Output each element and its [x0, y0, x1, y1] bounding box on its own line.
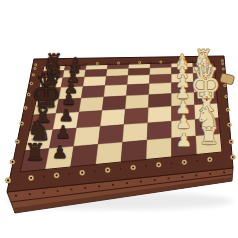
piece-base-shadow	[179, 144, 189, 147]
piece-base-shadow	[199, 108, 214, 113]
brass-ring-center	[222, 60, 223, 61]
brass-ring-center	[228, 124, 230, 126]
brass-ring-center	[203, 61, 204, 62]
piece-base-shadow	[64, 103, 73, 106]
piece-base-shadow	[178, 97, 187, 100]
border-carving-dot	[107, 63, 108, 64]
piece-base-shadow	[179, 126, 189, 129]
piece-base-shadow	[202, 141, 215, 145]
piece-base-shadow	[178, 76, 187, 79]
brass-ring-center	[7, 179, 9, 181]
piece-base-shadow	[67, 91, 76, 94]
border-carving-dot	[43, 176, 45, 178]
board-square	[148, 94, 171, 108]
brass-ring-center	[54, 64, 55, 65]
front-carving-dot	[29, 193, 31, 195]
board-square	[121, 140, 147, 162]
border-carving-dot	[196, 160, 198, 162]
board-square	[74, 126, 101, 146]
brass-ring-center	[25, 107, 27, 109]
front-carving-dot	[154, 179, 156, 181]
piece-base-shadow	[70, 72, 79, 75]
brass-ring-center	[97, 63, 98, 64]
board-square	[146, 138, 171, 159]
piece-base-shadow	[36, 103, 56, 109]
front-carving-dot	[140, 181, 142, 183]
front-carving-dot	[15, 195, 17, 197]
piece-base-shadow	[55, 156, 65, 159]
board-square	[106, 69, 128, 77]
piece-base-shadow	[58, 136, 68, 139]
board-square	[81, 86, 105, 99]
board-square	[127, 75, 150, 85]
brass-ring-center	[33, 74, 34, 75]
brass-ring-center	[16, 141, 18, 143]
board-square	[126, 84, 149, 96]
brass-ring-center	[183, 161, 185, 163]
brass-ring-center	[11, 161, 13, 163]
piece-base-shadow	[196, 83, 214, 89]
board-square	[104, 85, 128, 97]
board-square	[125, 95, 149, 110]
board-square	[123, 123, 148, 142]
board-square	[98, 125, 124, 145]
brass-ring-center	[31, 83, 32, 84]
brass-ring-center	[107, 169, 109, 171]
border-carving-dot	[150, 62, 151, 63]
brass-ring-center	[160, 62, 161, 63]
board-square	[102, 96, 126, 111]
brass-ring-center	[139, 62, 140, 63]
piece-base-shadow	[200, 124, 216, 129]
board-square	[71, 144, 99, 167]
brass-ring-center	[28, 94, 29, 95]
piece-base-shadow	[31, 137, 47, 142]
front-carving-dot	[84, 187, 86, 189]
piece-base-shadow	[197, 67, 211, 71]
piece-base-shadow	[35, 119, 50, 124]
front-carving-dot	[209, 173, 211, 175]
board-square	[150, 68, 172, 75]
brass-ring-center	[35, 64, 36, 65]
brass-ring-center	[158, 164, 160, 166]
front-carving-dot	[98, 185, 100, 187]
brass-ring-center	[21, 123, 23, 125]
front-carving-dot	[223, 171, 225, 173]
piece-base-shadow	[197, 74, 211, 79]
border-carving-dot	[120, 168, 122, 170]
piece-base-shadow	[46, 72, 60, 76]
border-carving-dot	[192, 61, 193, 62]
brass-ring-center	[230, 141, 232, 143]
board-square	[83, 76, 106, 86]
brass-ring-center	[34, 68, 35, 69]
border-carving-dot	[128, 62, 129, 63]
board-square	[124, 108, 148, 125]
brass-ring-center	[132, 166, 134, 168]
piece-base-shadow	[44, 80, 58, 85]
brass-ring-center	[76, 63, 77, 64]
board-square	[85, 69, 108, 77]
chess-board	[0, 0, 238, 238]
front-carving-dot	[181, 176, 183, 178]
brass-ring-center	[182, 61, 183, 62]
piece-base-shadow	[198, 62, 209, 66]
brass-ring-center	[224, 85, 225, 86]
border-carving-dot	[171, 61, 172, 62]
board-square	[149, 74, 171, 84]
front-carving-dot	[57, 190, 59, 192]
brass-ring-center	[118, 63, 119, 64]
border-carving-dot	[145, 165, 147, 167]
board-square	[96, 142, 123, 164]
border-carving-dot	[171, 163, 173, 165]
board-square	[79, 97, 104, 112]
piece-base-shadow	[196, 94, 216, 100]
border-carving-dot	[69, 173, 71, 175]
brass-ring-center	[209, 158, 211, 160]
brass-ring-center	[225, 96, 226, 97]
brass-ring-center	[81, 172, 83, 174]
board-square	[105, 76, 128, 86]
front-carving-dot	[195, 174, 197, 176]
piece-base-shadow	[28, 157, 41, 161]
front-carving-dot	[168, 177, 170, 179]
piece-base-shadow	[178, 85, 187, 88]
border-carving-dot	[94, 171, 96, 173]
piece-base-shadow	[178, 63, 186, 66]
brass-ring-center	[30, 177, 32, 179]
piece-base-shadow	[61, 119, 71, 122]
board-square	[77, 111, 103, 129]
piece-base-shadow	[178, 111, 188, 114]
board-square	[149, 83, 172, 95]
brass-ring-center	[232, 156, 234, 158]
border-carving-dot	[65, 63, 66, 64]
piece-base-shadow	[71, 66, 79, 69]
brass-ring-center	[56, 174, 58, 176]
board-square	[100, 109, 125, 126]
piece-base-shadow	[69, 80, 78, 83]
piece-base-shadow	[40, 90, 58, 96]
board-square	[148, 106, 172, 123]
brass-ring-center	[223, 68, 224, 69]
front-carving-dot	[126, 182, 128, 184]
piece-base-shadow	[49, 66, 60, 70]
board-square	[147, 121, 171, 140]
piece-base-shadow	[178, 68, 187, 71]
front-carving-dot	[112, 184, 114, 186]
chess-set-product-photo: ♜♟♟♜♞♟♟♞♝♟♟♝♛♟♟♛♚♟♟♚♝♟♟♝♞♟♟♞♜♟♟♜	[0, 0, 238, 238]
brass-ring-center	[227, 109, 229, 111]
front-carving-dot	[43, 192, 45, 194]
front-carving-dot	[70, 188, 72, 190]
border-carving-dot	[86, 63, 87, 64]
board-square	[128, 68, 150, 75]
brass-ring-center	[222, 63, 223, 64]
